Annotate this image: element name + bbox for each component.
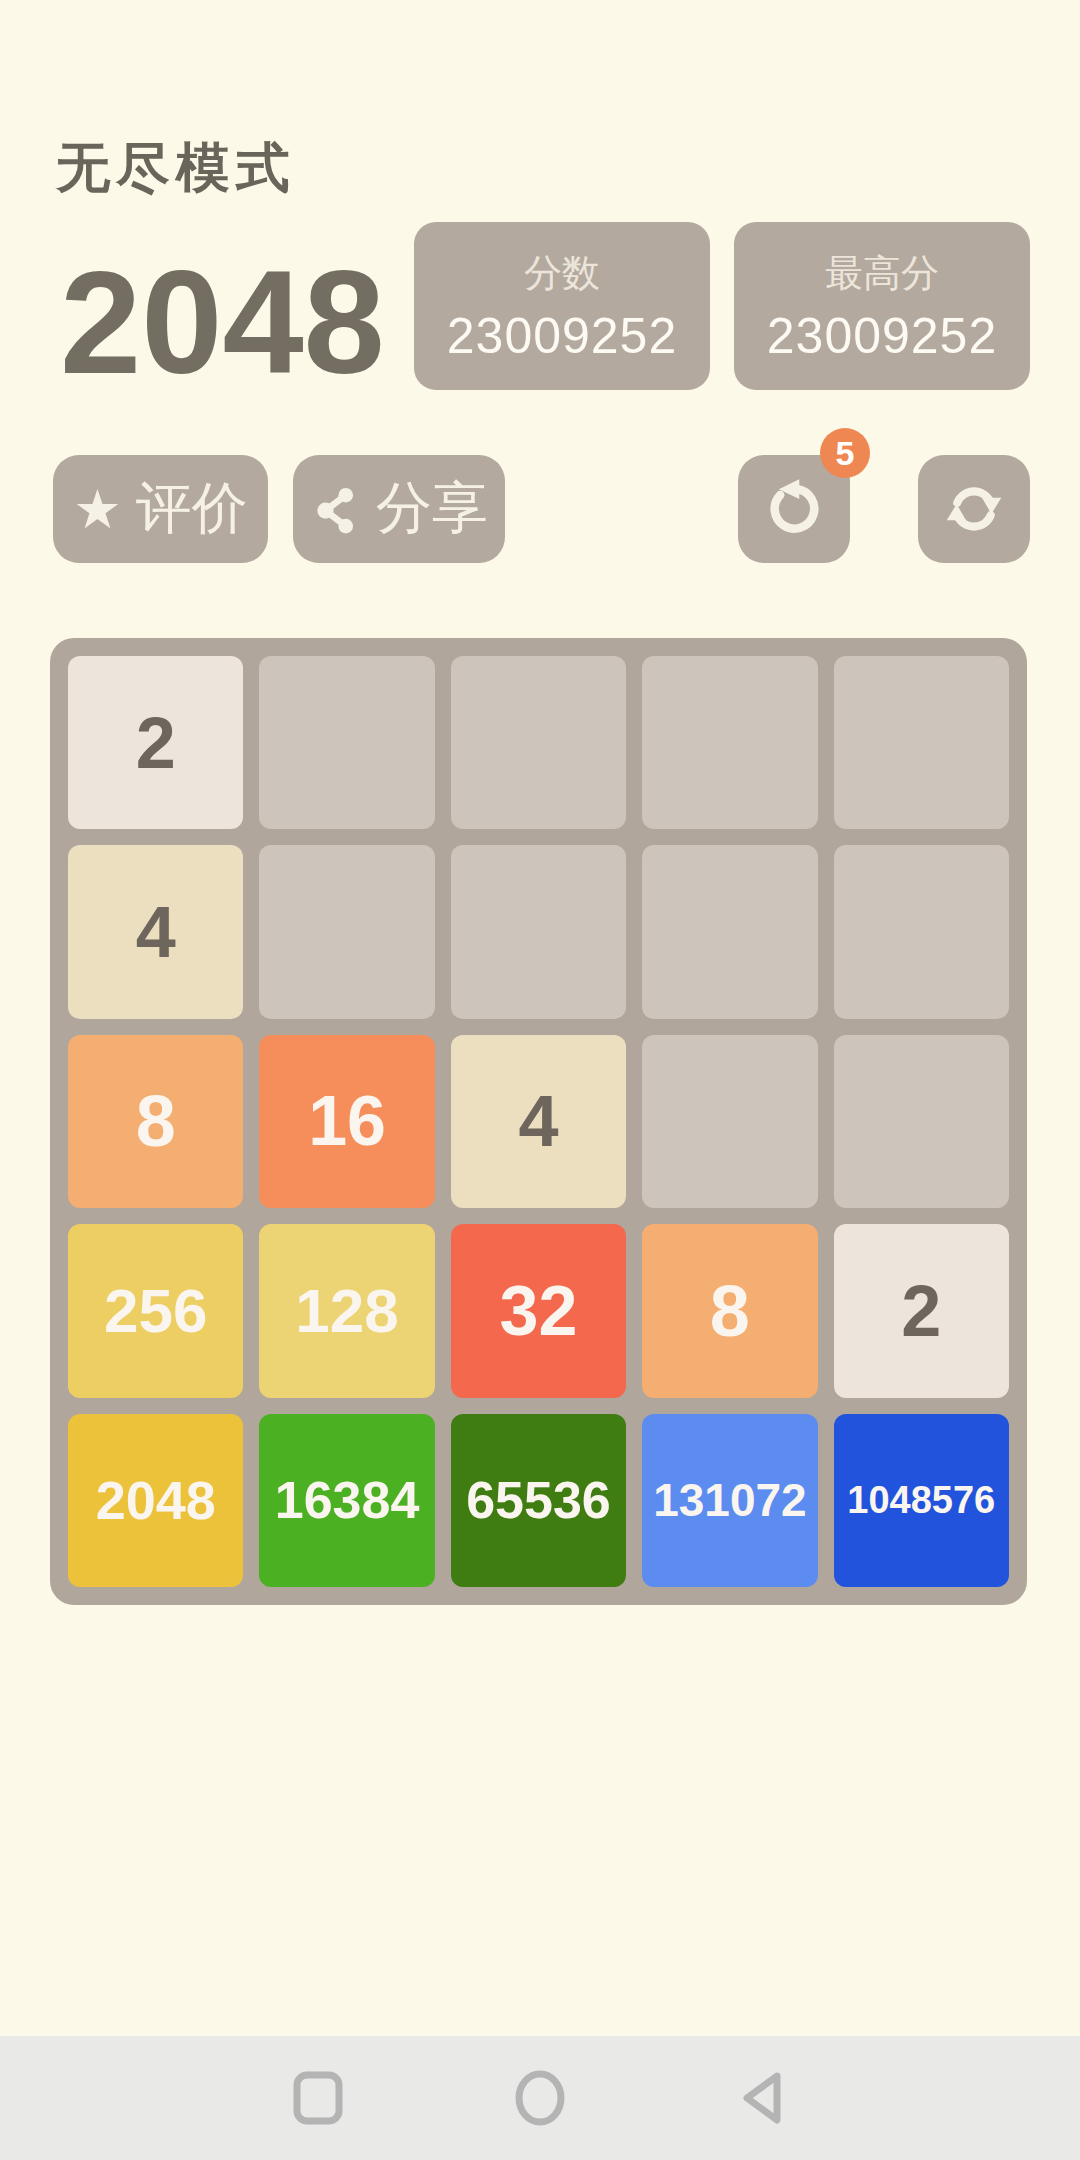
empty-cell [834,1035,1009,1208]
empty-cell [642,845,817,1018]
empty-cell [642,656,817,829]
empty-cell [834,845,1009,1018]
tile-131072: 131072 [642,1414,817,1587]
tile-16384: 16384 [259,1414,434,1587]
score-value: 23009252 [447,307,677,365]
tile-1048576: 1048576 [834,1414,1009,1587]
tile-128: 128 [259,1224,434,1397]
tile-16: 16 [259,1035,434,1208]
tile-2: 2 [68,656,243,829]
empty-cell [259,845,434,1018]
recents-icon[interactable] [288,2068,348,2128]
restart-button[interactable] [918,455,1030,563]
star-icon: ★ [73,482,121,536]
game-board[interactable]: 2481642561283282204816384655361310721048… [50,638,1027,1605]
best-score-value: 23009252 [767,307,997,365]
empty-cell [642,1035,817,1208]
tile-4: 4 [68,845,243,1018]
empty-cell [451,656,626,829]
tile-2: 2 [834,1224,1009,1397]
tile-4: 4 [451,1035,626,1208]
tile-65536: 65536 [451,1414,626,1587]
game-screen: 无尽模式 2048 分数 23009252 最高分 23009252 ★ 评价 [0,0,1080,2160]
share-button[interactable]: 分享 [293,455,505,563]
back-icon[interactable] [735,2068,795,2128]
tile-8: 8 [68,1035,243,1208]
share-button-label: 分享 [376,471,488,547]
app-title: 2048 [60,250,385,396]
empty-cell [259,656,434,829]
empty-cell [834,656,1009,829]
tile-8: 8 [642,1224,817,1397]
undo-count-badge: 5 [820,428,870,478]
tile-32: 32 [451,1224,626,1397]
rate-button[interactable]: ★ 评价 [53,455,268,563]
empty-cell [451,845,626,1018]
mode-title: 无尽模式 [56,132,296,205]
share-icon [310,483,362,535]
rate-button-label: 评价 [136,471,248,547]
refresh-icon [943,478,1005,540]
undo-icon [761,476,827,542]
score-panel: 分数 23009252 [414,222,710,390]
tile-256: 256 [68,1224,243,1397]
best-score-panel: 最高分 23009252 [734,222,1030,390]
tile-2048: 2048 [68,1414,243,1587]
home-icon[interactable] [510,2068,570,2128]
score-label: 分数 [524,248,600,299]
best-score-label: 最高分 [825,248,939,299]
